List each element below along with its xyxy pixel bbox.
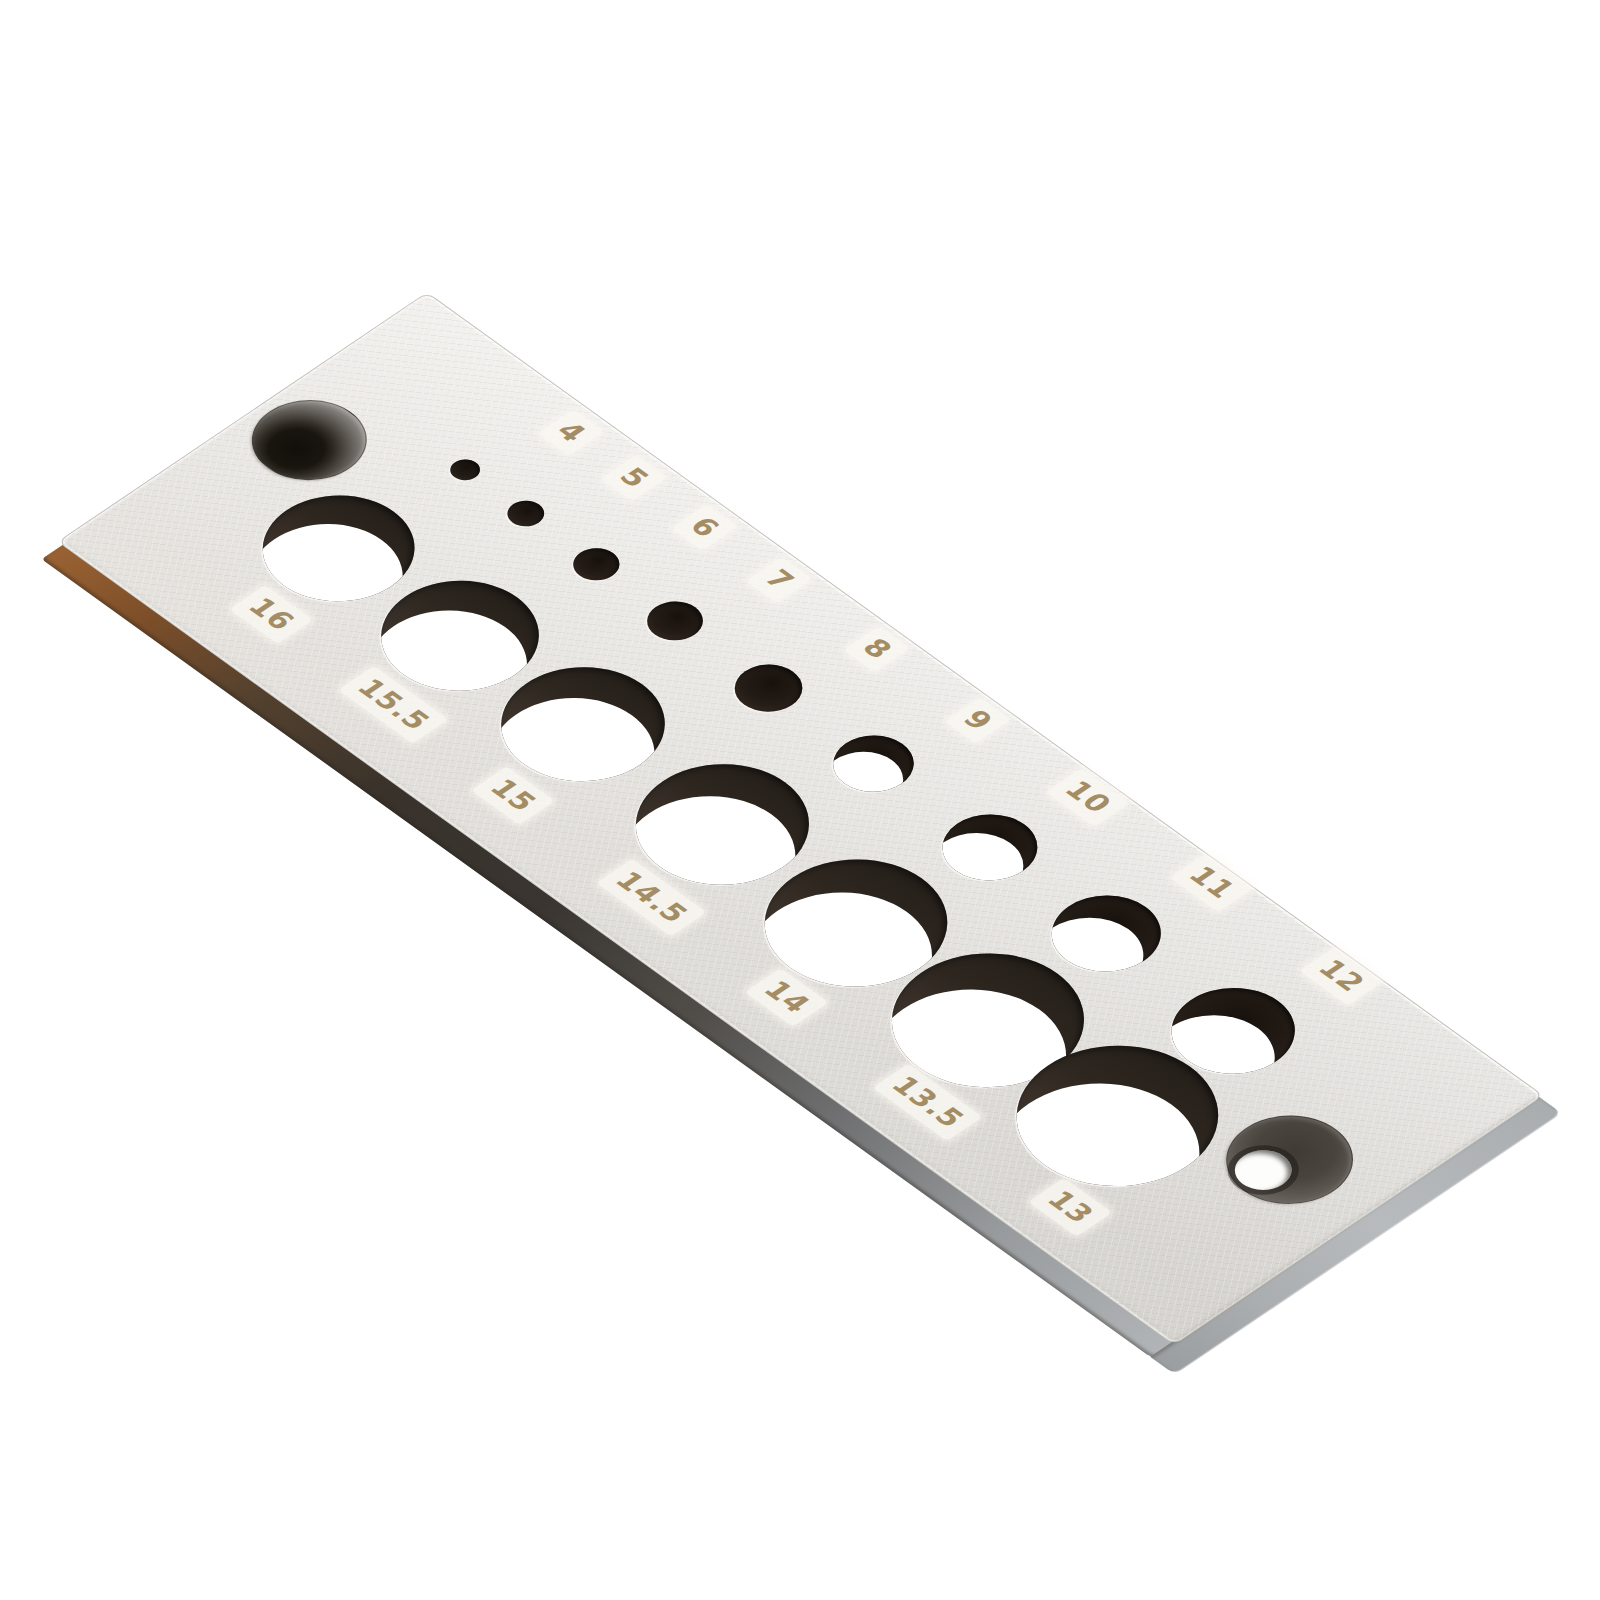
photo-background: 4 5 6 7 8 9 10 11 12 16 15.5 15 14.5 14 …	[0, 0, 1600, 1600]
